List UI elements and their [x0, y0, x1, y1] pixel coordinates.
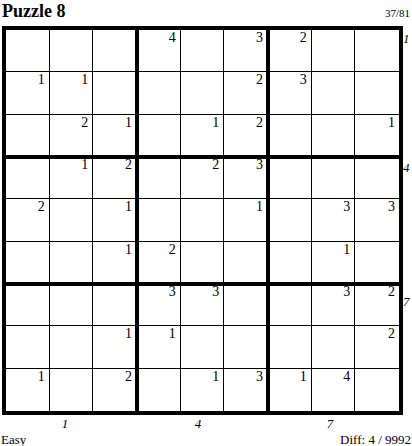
cell-r6c4[interactable]: 2	[137, 242, 181, 284]
cell-r3c7[interactable]	[268, 115, 312, 157]
cell-r8c9[interactable]: 2	[355, 326, 399, 368]
cell-r8c2[interactable]	[50, 326, 94, 368]
cell-r2c4[interactable]	[137, 72, 181, 114]
cell-r4c5[interactable]: 2	[181, 157, 225, 199]
cell-r9c5[interactable]: 1	[181, 369, 225, 411]
cell-r3c1[interactable]	[6, 115, 50, 157]
cell-r5c6[interactable]: 1	[224, 199, 268, 241]
cell-r8c4[interactable]: 1	[137, 326, 181, 368]
cell-r9c6[interactable]: 3	[224, 369, 268, 411]
cell-r4c6[interactable]: 3	[224, 157, 268, 199]
cell-r9c3[interactable]: 2	[93, 369, 137, 411]
column-label-7: 7	[323, 416, 337, 432]
cell-r3c4[interactable]	[137, 115, 181, 157]
difficulty-score: Diff: 4 / 9992	[340, 432, 411, 446]
cell-r9c1[interactable]: 1	[6, 369, 50, 411]
puzzle-sheet: Puzzle 8 37/81 4321123211211223211331213…	[0, 0, 412, 446]
cell-r7c3[interactable]	[93, 284, 137, 326]
cell-r4c2[interactable]: 1	[50, 157, 94, 199]
difficulty-class: Easy	[1, 432, 26, 446]
box-divider-vertical-1	[135, 30, 139, 411]
cell-r1c2[interactable]	[50, 30, 94, 72]
cell-r7c9[interactable]: 2	[355, 284, 399, 326]
cell-r7c6[interactable]	[224, 284, 268, 326]
row-label-7: 7	[403, 294, 412, 310]
cell-r4c9[interactable]	[355, 157, 399, 199]
cell-r9c9[interactable]	[355, 369, 399, 411]
cell-r5c2[interactable]	[50, 199, 94, 241]
cell-r4c4[interactable]	[137, 157, 181, 199]
cell-r3c8[interactable]	[312, 115, 356, 157]
cell-r3c5[interactable]: 1	[181, 115, 225, 157]
page-title: Puzzle 8	[2, 1, 65, 22]
cell-r2c1[interactable]: 1	[6, 72, 50, 114]
cell-r6c6[interactable]	[224, 242, 268, 284]
cell-r8c1[interactable]	[6, 326, 50, 368]
cell-r9c8[interactable]: 4	[312, 369, 356, 411]
cell-r3c2[interactable]: 2	[50, 115, 94, 157]
cell-r4c7[interactable]	[268, 157, 312, 199]
givens-counter: 37/81	[385, 7, 410, 19]
cell-r7c8[interactable]: 3	[312, 284, 356, 326]
row-label-1: 1	[403, 31, 412, 47]
cell-r3c6[interactable]: 2	[224, 115, 268, 157]
cell-r6c1[interactable]	[6, 242, 50, 284]
cell-r7c2[interactable]	[50, 284, 94, 326]
cell-r7c7[interactable]	[268, 284, 312, 326]
cell-r2c2[interactable]: 1	[50, 72, 94, 114]
cell-r3c3[interactable]: 1	[93, 115, 137, 157]
cell-r2c3[interactable]	[93, 72, 137, 114]
cell-r1c8[interactable]	[312, 30, 356, 72]
row-label-4: 4	[403, 160, 412, 176]
cell-r7c5[interactable]: 3	[181, 284, 225, 326]
cell-r1c5[interactable]	[181, 30, 225, 72]
cell-r1c7[interactable]: 2	[268, 30, 312, 72]
cell-r6c5[interactable]	[181, 242, 225, 284]
sudoku-board: 4321123211211223211331213332112121314	[2, 26, 403, 415]
cell-r5c8[interactable]: 3	[312, 199, 356, 241]
cell-r2c5[interactable]	[181, 72, 225, 114]
cell-r4c1[interactable]	[6, 157, 50, 199]
cell-r4c8[interactable]	[312, 157, 356, 199]
cell-r3c9[interactable]: 1	[355, 115, 399, 157]
cell-r6c8[interactable]: 1	[312, 242, 356, 284]
cell-r2c7[interactable]: 3	[268, 72, 312, 114]
cell-r6c7[interactable]	[268, 242, 312, 284]
cell-r5c4[interactable]	[137, 199, 181, 241]
cell-r1c6[interactable]: 3	[224, 30, 268, 72]
cell-r9c2[interactable]	[50, 369, 94, 411]
cell-r6c9[interactable]	[355, 242, 399, 284]
cell-r8c6[interactable]	[224, 326, 268, 368]
cell-r6c3[interactable]: 1	[93, 242, 137, 284]
cell-r8c5[interactable]	[181, 326, 225, 368]
cell-r4c3[interactable]: 2	[93, 157, 137, 199]
box-divider-horizontal-2	[6, 282, 399, 286]
cell-r2c6[interactable]: 2	[224, 72, 268, 114]
column-label-1: 1	[58, 416, 72, 432]
box-divider-horizontal-1	[6, 155, 399, 159]
column-label-4: 4	[191, 416, 205, 432]
cell-r8c3[interactable]: 1	[93, 326, 137, 368]
cell-r9c7[interactable]: 1	[268, 369, 312, 411]
cell-r7c1[interactable]	[6, 284, 50, 326]
cell-r5c1[interactable]: 2	[6, 199, 50, 241]
cell-r8c8[interactable]	[312, 326, 356, 368]
cell-r1c3[interactable]	[93, 30, 137, 72]
cell-r8c7[interactable]	[268, 326, 312, 368]
cell-r5c7[interactable]	[268, 199, 312, 241]
cell-r2c9[interactable]	[355, 72, 399, 114]
cell-r9c4[interactable]	[137, 369, 181, 411]
cell-r5c3[interactable]: 1	[93, 199, 137, 241]
cell-r1c1[interactable]	[6, 30, 50, 72]
cell-r5c5[interactable]	[181, 199, 225, 241]
box-divider-vertical-2	[266, 30, 270, 411]
cell-r2c8[interactable]	[312, 72, 356, 114]
cell-r1c4[interactable]: 4	[137, 30, 181, 72]
cell-r1c9[interactable]	[355, 30, 399, 72]
cell-r7c4[interactable]: 3	[137, 284, 181, 326]
cell-r6c2[interactable]	[50, 242, 94, 284]
cell-r5c9[interactable]: 3	[355, 199, 399, 241]
